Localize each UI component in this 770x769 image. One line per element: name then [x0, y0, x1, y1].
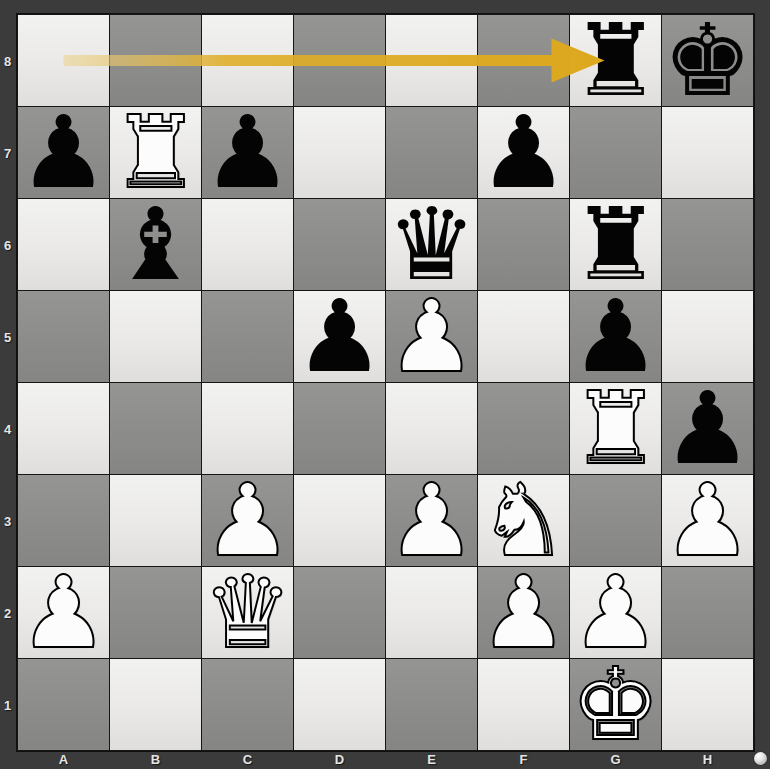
piece-black-pawn: ♟ — [479, 103, 569, 203]
square-f1[interactable] — [478, 659, 569, 750]
piece-black-rook: ♜ — [571, 195, 661, 295]
square-a2[interactable]: ♟ — [18, 567, 109, 658]
piece-white-pawn: ♟ — [571, 563, 661, 663]
file-label-e: E — [427, 752, 436, 767]
square-c4[interactable] — [202, 383, 293, 474]
square-c2[interactable]: ♛ — [202, 567, 293, 658]
file-label-g: G — [610, 752, 620, 767]
square-d3[interactable] — [294, 475, 385, 566]
piece-black-pawn: ♟ — [19, 103, 109, 203]
file-label-a: A — [59, 752, 68, 767]
rank-label-3: 3 — [4, 513, 11, 528]
rank-label-4: 4 — [4, 421, 11, 436]
square-e6[interactable]: ♛ — [386, 199, 477, 290]
square-h5[interactable] — [662, 291, 753, 382]
square-e2[interactable] — [386, 567, 477, 658]
square-d6[interactable] — [294, 199, 385, 290]
piece-black-queen: ♛ — [387, 195, 477, 295]
square-c3[interactable]: ♟ — [202, 475, 293, 566]
square-h4[interactable]: ♟ — [662, 383, 753, 474]
board-frame: ♜♚♟♜♟♟♝♛♜♟♟♟♜♟♟♟♞♟♟♛♟♟♚ 87654321 ABCDEFG… — [0, 0, 770, 769]
square-a8[interactable] — [18, 15, 109, 106]
square-g2[interactable]: ♟ — [570, 567, 661, 658]
square-g1[interactable]: ♚ — [570, 659, 661, 750]
rank-label-7: 7 — [4, 145, 11, 160]
piece-white-rook: ♜ — [571, 379, 661, 479]
square-e5[interactable]: ♟ — [386, 291, 477, 382]
square-h6[interactable] — [662, 199, 753, 290]
piece-black-bishop: ♝ — [111, 195, 201, 295]
piece-white-pawn: ♟ — [203, 471, 293, 571]
file-label-f: F — [520, 752, 528, 767]
square-b6[interactable]: ♝ — [110, 199, 201, 290]
square-c5[interactable] — [202, 291, 293, 382]
piece-black-pawn: ♟ — [663, 379, 753, 479]
square-e4[interactable] — [386, 383, 477, 474]
piece-black-rook: ♜ — [571, 11, 661, 111]
square-h2[interactable] — [662, 567, 753, 658]
square-c1[interactable] — [202, 659, 293, 750]
square-b4[interactable] — [110, 383, 201, 474]
piece-white-queen: ♛ — [203, 563, 293, 663]
square-b3[interactable] — [110, 475, 201, 566]
square-d7[interactable] — [294, 107, 385, 198]
square-f6[interactable] — [478, 199, 569, 290]
square-a5[interactable] — [18, 291, 109, 382]
square-f4[interactable] — [478, 383, 569, 474]
piece-white-rook: ♜ — [111, 103, 201, 203]
square-f3[interactable]: ♞ — [478, 475, 569, 566]
square-a4[interactable] — [18, 383, 109, 474]
square-a1[interactable] — [18, 659, 109, 750]
piece-white-pawn: ♟ — [387, 471, 477, 571]
piece-white-knight: ♞ — [479, 471, 569, 571]
square-f5[interactable] — [478, 291, 569, 382]
square-c7[interactable]: ♟ — [202, 107, 293, 198]
square-c8[interactable] — [202, 15, 293, 106]
chess-board: ♜♚♟♜♟♟♝♛♜♟♟♟♜♟♟♟♞♟♟♛♟♟♚ — [16, 13, 755, 752]
square-g5[interactable]: ♟ — [570, 291, 661, 382]
square-g8[interactable]: ♜ — [570, 15, 661, 106]
piece-black-pawn: ♟ — [295, 287, 385, 387]
square-f8[interactable] — [478, 15, 569, 106]
square-g3[interactable] — [570, 475, 661, 566]
piece-white-pawn: ♟ — [387, 287, 477, 387]
turn-indicator — [754, 752, 767, 765]
rank-label-8: 8 — [4, 53, 11, 68]
square-f7[interactable]: ♟ — [478, 107, 569, 198]
square-d2[interactable] — [294, 567, 385, 658]
square-c6[interactable] — [202, 199, 293, 290]
square-e7[interactable] — [386, 107, 477, 198]
square-e1[interactable] — [386, 659, 477, 750]
file-label-h: H — [703, 752, 712, 767]
square-g4[interactable]: ♜ — [570, 383, 661, 474]
rank-label-1: 1 — [4, 697, 11, 712]
square-b8[interactable] — [110, 15, 201, 106]
square-a3[interactable] — [18, 475, 109, 566]
piece-white-pawn: ♟ — [19, 563, 109, 663]
rank-label-5: 5 — [4, 329, 11, 344]
square-d8[interactable] — [294, 15, 385, 106]
square-d1[interactable] — [294, 659, 385, 750]
square-g7[interactable] — [570, 107, 661, 198]
file-label-d: D — [335, 752, 344, 767]
piece-white-pawn: ♟ — [663, 471, 753, 571]
rank-label-6: 6 — [4, 237, 11, 252]
square-b7[interactable]: ♜ — [110, 107, 201, 198]
square-h7[interactable] — [662, 107, 753, 198]
square-h8[interactable]: ♚ — [662, 15, 753, 106]
square-e3[interactable]: ♟ — [386, 475, 477, 566]
square-a7[interactable]: ♟ — [18, 107, 109, 198]
piece-black-pawn: ♟ — [203, 103, 293, 203]
square-f2[interactable]: ♟ — [478, 567, 569, 658]
square-a6[interactable] — [18, 199, 109, 290]
piece-white-king: ♚ — [571, 655, 661, 755]
square-b1[interactable] — [110, 659, 201, 750]
piece-black-king: ♚ — [663, 11, 753, 111]
square-h3[interactable]: ♟ — [662, 475, 753, 566]
square-d5[interactable]: ♟ — [294, 291, 385, 382]
square-b5[interactable] — [110, 291, 201, 382]
file-label-c: C — [243, 752, 252, 767]
piece-white-pawn: ♟ — [479, 563, 569, 663]
square-g6[interactable]: ♜ — [570, 199, 661, 290]
piece-black-pawn: ♟ — [571, 287, 661, 387]
file-label-b: B — [151, 752, 160, 767]
square-e8[interactable] — [386, 15, 477, 106]
square-d4[interactable] — [294, 383, 385, 474]
square-h1[interactable] — [662, 659, 753, 750]
rank-label-2: 2 — [4, 605, 11, 620]
square-b2[interactable] — [110, 567, 201, 658]
